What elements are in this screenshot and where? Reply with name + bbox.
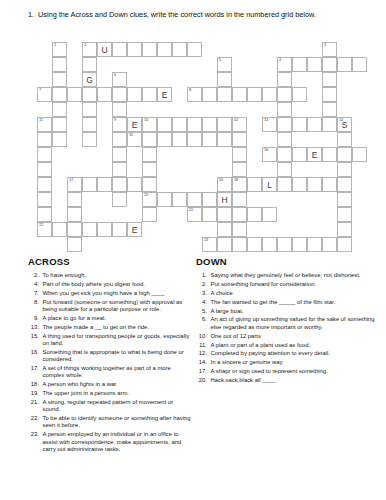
grid-cell-r5c16[interactable]	[277, 117, 292, 132]
grid-cell-r1c21[interactable]	[352, 57, 367, 72]
grid-cell-r9c12[interactable]: 20	[217, 177, 232, 192]
grid-cell-r0c5[interactable]	[112, 42, 127, 57]
down-clue-6: 6.An act of giving up something valued f…	[196, 316, 382, 331]
grid-cell-r8c7[interactable]	[142, 162, 157, 177]
grid-cell-r13c15[interactable]	[262, 237, 277, 252]
grid-cell-r3c3[interactable]	[82, 87, 97, 102]
given-letter: S	[338, 118, 351, 131]
cell-number: 16	[264, 148, 268, 153]
grid-cell-r9c3[interactable]	[82, 177, 97, 192]
given-letter: E	[128, 223, 141, 236]
grid-cell-r3c15[interactable]	[262, 87, 277, 102]
cell-number: 15	[129, 133, 133, 138]
grid-cell-r12c3[interactable]	[82, 222, 97, 237]
grid-cell-r4c3[interactable]	[82, 102, 97, 117]
grid-cell-r0c10[interactable]	[187, 42, 202, 57]
grid-cell-r9c4[interactable]	[97, 177, 112, 192]
worksheet-page: 1. Using the Across and Down clues, writ…	[0, 0, 386, 500]
crossword-grid: 12U354G67E8119E10121314S1516E172018L19H2…	[37, 42, 367, 252]
grid-cell-r12c12[interactable]	[217, 222, 232, 237]
down-items: 1.Saying what they genuinely feel or bel…	[196, 272, 382, 384]
cell-number: 3	[324, 43, 326, 48]
clue-text: One out of 12 parts	[211, 333, 383, 340]
clue-number: 4.	[196, 299, 207, 306]
clue-text: Something that is appropriate to what is…	[43, 349, 193, 364]
grid-cell-r8c16[interactable]	[277, 162, 292, 177]
clue-text: A thing used for transporting people or …	[43, 333, 193, 348]
grid-cell-r8c20[interactable]	[337, 162, 352, 177]
clue-text: Put something forward for consideration.	[211, 281, 383, 288]
grid-cell-r5c6[interactable]: E	[127, 117, 142, 132]
clue-number: 2.	[28, 272, 39, 279]
grid-cell-r10c2[interactable]	[67, 192, 82, 207]
grid-cell-r11c20[interactable]	[337, 207, 352, 222]
grid-cell-r1c17[interactable]	[292, 57, 307, 72]
down-clue-17: 17.A shapr or sign used to represent som…	[196, 368, 382, 375]
grid-cell-r1c12[interactable]: 5	[217, 57, 232, 72]
given-letter: E	[158, 88, 171, 101]
down-clue-20: 20.Hack,sack,black all ____	[196, 377, 382, 384]
clue-text: An act of giving up something valued for…	[211, 316, 383, 331]
grid-cell-r10c10[interactable]	[187, 192, 202, 207]
grid-cell-r9c6[interactable]	[127, 177, 142, 192]
grid-cell-r10c5[interactable]	[112, 192, 127, 207]
grid-cell-r6c10[interactable]	[187, 132, 202, 147]
across-clue-9: 9.A place to go for a meal.	[28, 315, 192, 322]
grid-cell-r6c16[interactable]	[277, 132, 292, 147]
grid-cell-r0c3[interactable]: 2	[82, 42, 97, 57]
grid-cell-r9c17[interactable]	[292, 177, 307, 192]
across-clue-21: 21.A strong, regular repeated pattern of…	[28, 399, 192, 414]
clue-text: A place to go for a meal.	[43, 315, 193, 322]
clue-number: 12.	[196, 350, 207, 357]
clue-number: 16.	[28, 349, 39, 364]
grid-cell-r11c11[interactable]	[202, 207, 217, 222]
down-clue-14: 14.In a sincere or genuine way.	[196, 359, 382, 366]
grid-cell-r9c2[interactable]: 17	[67, 177, 82, 192]
clue-text: When you get sick you might have a high …	[43, 290, 193, 297]
grid-cell-r12c13[interactable]	[232, 222, 247, 237]
clue-text: A person who fights in a war.	[43, 381, 193, 388]
grid-cell-r6c11[interactable]	[202, 132, 217, 147]
clue-text: A choice	[211, 290, 383, 297]
cell-number: 19	[144, 193, 148, 198]
clue-number: 10.	[196, 333, 207, 340]
grid-cell-r9c19[interactable]	[322, 177, 337, 192]
clue-text: Completed by paying attention to every d…	[211, 350, 383, 357]
clue-text: Hack,sack,black all ____	[211, 377, 383, 384]
clue-text: Part of the body where you digest food.	[43, 281, 193, 288]
given-letter: E	[128, 118, 141, 131]
grid-cell-r7c16[interactable]	[277, 147, 292, 162]
across-clue-list: ACROSS 2.To have enough.4.Part of the bo…	[28, 256, 192, 455]
grid-cell-r5c7[interactable]: 10	[142, 117, 157, 132]
grid-cell-r6c1[interactable]	[52, 132, 67, 147]
grid-cell-r3c4[interactable]	[97, 87, 112, 102]
grid-cell-r5c1[interactable]	[52, 117, 67, 132]
cell-number: 22	[39, 223, 43, 228]
across-clue-2: 2.To have enough.	[28, 272, 192, 279]
clue-number: 23.	[28, 431, 39, 453]
cell-number: 2	[84, 43, 86, 48]
grid-cell-r3c11[interactable]	[202, 87, 217, 102]
cell-number: 17	[69, 178, 73, 183]
grid-cell-r10c13[interactable]	[232, 192, 247, 207]
down-clue-10: 10.One out of 12 parts	[196, 333, 382, 340]
grid-cell-r3c2[interactable]	[67, 87, 82, 102]
across-clue-18: 18.A person who fights in a war.	[28, 381, 192, 388]
grid-cell-r11c14[interactable]	[247, 207, 262, 222]
cell-number: 6	[114, 73, 116, 78]
across-items: 2.To have enough.4.Part of the body wher…	[28, 272, 192, 453]
grid-cell-r10c12[interactable]: H	[217, 192, 232, 207]
down-clue-12: 12.Completed by paying attention to ever…	[196, 350, 382, 357]
grid-cell-r1c16[interactable]: 4	[277, 57, 292, 72]
clue-number: 8.	[28, 299, 39, 314]
grid-cell-r0c6[interactable]	[127, 42, 142, 57]
grid-cell-r13c2[interactable]	[67, 237, 82, 252]
cell-number: 12	[234, 118, 238, 123]
clue-text: To have enough.	[43, 272, 193, 279]
clue-text: A large boat.	[211, 308, 383, 315]
instruction-text: Using the Across and Down clues, write t…	[38, 10, 316, 19]
grid-cell-r0c1[interactable]: 1	[52, 42, 67, 57]
grid-cell-r3c5[interactable]	[112, 87, 127, 102]
grid-cell-r4c1[interactable]	[52, 102, 67, 117]
grid-cell-r3c14[interactable]	[247, 87, 262, 102]
grid-cell-r13c19[interactable]	[322, 237, 337, 252]
cell-number: 4	[279, 58, 281, 63]
clue-text: Saying what they genuinely feel or belie…	[211, 272, 383, 279]
grid-cell-r1c3[interactable]	[82, 57, 97, 72]
grid-cell-r2c16[interactable]	[277, 72, 292, 87]
grid-cell-r9c14[interactable]	[247, 177, 262, 192]
grid-cell-r13c18[interactable]	[307, 237, 322, 252]
given-letter: E	[308, 148, 321, 161]
grid-cell-r2c19[interactable]	[322, 72, 337, 87]
grid-cell-r12c6[interactable]: E	[127, 222, 142, 237]
across-clue-22: 22.To be able to identify someone or som…	[28, 415, 192, 430]
clue-number: 5.	[196, 308, 207, 315]
cell-number: 1	[54, 43, 56, 48]
grid-cell-r10c20[interactable]	[337, 192, 352, 207]
grid-cell-r11c13[interactable]	[232, 207, 247, 222]
grid-cell-r13c14[interactable]	[247, 237, 262, 252]
across-clue-23: 23.A person employed by an individual or…	[28, 431, 192, 453]
across-clue-8: 8.Put forward (someone or something) wit…	[28, 299, 192, 314]
given-letter: H	[218, 193, 231, 206]
grid-cell-r6c9[interactable]	[172, 132, 187, 147]
grid-cell-r9c0[interactable]	[37, 177, 52, 192]
grid-cell-r6c20[interactable]	[337, 132, 352, 147]
clue-text: The fan wanted to get the _____ of the f…	[211, 299, 383, 306]
clue-number: 15.	[28, 333, 39, 348]
grid-cell-r13c16[interactable]	[277, 237, 292, 252]
across-clue-16: 16.Something that is appropriate to what…	[28, 349, 192, 364]
clue-text: A shapr or sign used to represent someth…	[211, 368, 383, 375]
grid-cell-r3c13[interactable]	[232, 87, 247, 102]
grid-cell-r5c19[interactable]	[322, 117, 337, 132]
grid-cell-r6c0[interactable]	[37, 132, 52, 147]
clue-number: 9.	[28, 315, 39, 322]
across-clue-7: 7.When you get sick you might have a hig…	[28, 290, 192, 297]
cell-number: 13	[264, 118, 268, 123]
given-letter: L	[263, 178, 276, 191]
cell-number: 11	[39, 118, 43, 123]
clue-text: In a sincere or genuine way.	[211, 359, 383, 366]
grid-cell-r10c7[interactable]: 19	[142, 192, 157, 207]
grid-cell-r6c13[interactable]	[232, 132, 247, 147]
grid-cell-r7c15[interactable]: 16	[262, 147, 277, 162]
grid-cell-r7c17[interactable]	[292, 147, 307, 162]
grid-cell-r11c12[interactable]	[217, 207, 232, 222]
clue-number: 17.	[196, 368, 207, 375]
grid-cell-r9c16[interactable]	[277, 177, 292, 192]
grid-cell-r4c5[interactable]	[112, 102, 127, 117]
grid-cell-r3c17[interactable]	[292, 87, 307, 102]
grid-cell-r7c18[interactable]: E	[307, 147, 322, 162]
grid-cell-r12c20[interactable]	[337, 222, 352, 237]
grid-cell-r6c8[interactable]	[157, 132, 172, 147]
grid-cell-r7c7[interactable]	[142, 147, 157, 162]
clue-number: 13.	[28, 324, 39, 331]
grid-cell-r6c5[interactable]	[112, 132, 127, 147]
grid-cell-r10c8[interactable]	[157, 192, 172, 207]
grid-cell-r13c12[interactable]	[217, 237, 232, 252]
grid-cell-r12c0[interactable]: 22	[37, 222, 52, 237]
grid-cell-r0c9[interactable]	[172, 42, 187, 57]
instruction-item-number: 1.	[28, 10, 34, 19]
given-letter: U	[98, 43, 111, 56]
grid-cell-r6c12[interactable]	[217, 132, 232, 147]
grid-cell-r2c5[interactable]: 6	[112, 72, 127, 87]
grid-cell-r11c2[interactable]	[67, 207, 82, 222]
clue-number: 4.	[28, 281, 39, 288]
grid-cell-r7c5[interactable]	[112, 147, 127, 162]
down-clue-3: 3.A choice	[196, 290, 382, 297]
grid-cell-r7c13[interactable]	[232, 147, 247, 162]
down-clue-11: 11.A plant or part of a plant used as fo…	[196, 342, 382, 349]
grid-cell-r3c1[interactable]	[52, 87, 67, 102]
cell-number: 10	[144, 118, 148, 123]
grid-cell-r6c7[interactable]	[142, 132, 157, 147]
down-header: DOWN	[196, 256, 382, 267]
grid-cell-r0c4[interactable]: U	[97, 42, 112, 57]
grid-cell-r5c10[interactable]	[187, 117, 202, 132]
grid-cell-r5c12[interactable]	[217, 117, 232, 132]
grid-cell-r9c20[interactable]	[337, 177, 352, 192]
grid-cell-r0c19[interactable]: 3	[322, 42, 337, 57]
grid-cell-r3c7[interactable]	[142, 87, 157, 102]
grid-cell-r5c8[interactable]	[157, 117, 172, 132]
cell-number: 9	[114, 118, 116, 123]
cell-number: 21	[189, 208, 193, 213]
clue-text: The upper joint in a persons arm.	[43, 390, 193, 397]
grid-cell-r5c17[interactable]	[292, 117, 307, 132]
grid-cell-r3c19[interactable]	[322, 87, 337, 102]
grid-cell-r5c5[interactable]: 9	[112, 117, 127, 132]
clue-number: 18.	[28, 381, 39, 388]
across-clue-17: 17.A set of things working together as p…	[28, 365, 192, 380]
clue-number: 22.	[28, 415, 39, 430]
cell-number: 5	[219, 58, 221, 63]
grid-cell-r12c2[interactable]	[67, 222, 82, 237]
grid-cell-r13c13[interactable]	[232, 237, 247, 252]
clue-number: 21.	[28, 399, 39, 414]
down-clue-2: 2.Put something forward for consideratio…	[196, 281, 382, 288]
grid-cell-r4c19[interactable]	[322, 102, 337, 117]
across-header: ACROSS	[28, 256, 192, 267]
clue-text: A strong, regular repeated pattern of mo…	[43, 399, 193, 414]
across-clue-13: 13.The people made a __ to get on the ri…	[28, 324, 192, 331]
grid-cell-r2c3[interactable]: G	[82, 72, 97, 87]
grid-cell-r4c16[interactable]	[277, 102, 292, 117]
grid-cell-r7c0[interactable]	[37, 147, 52, 162]
grid-cell-r1c20[interactable]	[337, 57, 352, 72]
grid-cell-r10c11[interactable]	[202, 192, 217, 207]
cell-number: 8	[189, 88, 191, 93]
grid-cell-r2c12[interactable]	[217, 72, 232, 87]
grid-cell-r9c7[interactable]	[142, 177, 157, 192]
grid-cell-r3c10[interactable]: 8	[187, 87, 202, 102]
grid-cell-r2c1[interactable]	[52, 72, 67, 87]
clue-text: A set of things working together as part…	[43, 365, 193, 380]
clue-number: 11.	[196, 342, 207, 349]
clue-number: 20.	[196, 377, 207, 384]
cell-number: 20	[219, 178, 223, 183]
clue-number: 1.	[196, 272, 207, 279]
grid-cell-r13c11[interactable]: 23	[202, 237, 217, 252]
grid-cell-r11c7[interactable]	[142, 207, 157, 222]
grid-cell-r8c13[interactable]	[232, 162, 247, 177]
grid-cell-r7c21[interactable]	[352, 147, 367, 162]
clue-text: To be able to identify someone or someth…	[43, 415, 193, 430]
grid-cell-r11c10[interactable]: 21	[187, 207, 202, 222]
down-clue-list: DOWN 1.Saying what they genuinely feel o…	[196, 256, 382, 386]
grid-cell-r5c9[interactable]	[172, 117, 187, 132]
grid-cell-r6c3[interactable]	[82, 132, 97, 147]
grid-cell-r9c5[interactable]	[112, 177, 127, 192]
grid-cell-r12c1[interactable]	[52, 222, 67, 237]
clue-text: A plant or part of a plant used as food.	[211, 342, 383, 349]
grid-cell-r5c15[interactable]: 13	[262, 117, 277, 132]
across-clue-19: 19.The upper joint in a persons arm.	[28, 390, 192, 397]
grid-cell-r9c18[interactable]	[307, 177, 322, 192]
instruction-line: 1. Using the Across and Down clues, writ…	[28, 10, 373, 19]
grid-cell-r3c8[interactable]: E	[157, 87, 172, 102]
grid-cell-r5c18[interactable]	[307, 117, 322, 132]
grid-cell-r5c0[interactable]: 11	[37, 117, 52, 132]
grid-cell-r8c5[interactable]	[112, 162, 127, 177]
grid-cell-r5c20[interactable]: 14S	[337, 117, 352, 132]
clue-text: Put forward (someone or something) with …	[43, 299, 193, 314]
given-letter: G	[83, 73, 96, 86]
grid-cell-r3c16[interactable]	[277, 87, 292, 102]
grid-cell-r13c17[interactable]	[292, 237, 307, 252]
grid-cell-r11c15[interactable]	[262, 207, 277, 222]
grid-cell-r10c0[interactable]	[37, 192, 52, 207]
grid-cell-r7c19[interactable]	[322, 147, 337, 162]
grid-cell-r3c12[interactable]	[217, 87, 232, 102]
grid-cell-r0c8[interactable]	[157, 42, 172, 57]
clue-text: A person employed by an individual or in…	[43, 431, 193, 453]
grid-cell-r12c5[interactable]	[112, 222, 127, 237]
grid-cell-r11c0[interactable]	[37, 207, 52, 222]
grid-cell-r13c20[interactable]	[337, 237, 352, 252]
grid-cell-r8c0[interactable]	[37, 162, 52, 177]
grid-cell-r12c4[interactable]	[97, 222, 112, 237]
grid-cell-r3c0[interactable]: 7	[37, 87, 52, 102]
grid-cell-r5c3[interactable]	[82, 117, 97, 132]
clue-number: 14.	[196, 359, 207, 366]
clue-text: The people made a __ to get on the ride.	[43, 324, 193, 331]
grid-cell-r7c20[interactable]	[337, 147, 352, 162]
clue-number: 2.	[196, 281, 207, 288]
grid-cell-r1c1[interactable]	[52, 57, 67, 72]
grid-cell-r1c19[interactable]	[322, 57, 337, 72]
across-clue-15: 15.A thing used for transporting people …	[28, 333, 192, 348]
clue-number: 17.	[28, 365, 39, 380]
clue-number: 3.	[196, 290, 207, 297]
down-clue-1: 1.Saying what they genuinely feel or bel…	[196, 272, 382, 279]
across-clue-4: 4.Part of the body where you digest food…	[28, 281, 192, 288]
grid-cell-r5c13[interactable]: 12	[232, 117, 247, 132]
down-clue-4: 4.The fan wanted to get the _____ of the…	[196, 299, 382, 306]
grid-cell-r3c6[interactable]	[127, 87, 142, 102]
grid-cell-r6c6[interactable]: 15	[127, 132, 142, 147]
grid-cell-r5c11[interactable]	[202, 117, 217, 132]
clue-number: 6.	[196, 316, 207, 331]
grid-cell-r10c9[interactable]	[172, 192, 187, 207]
clue-number: 19.	[28, 390, 39, 397]
grid-cell-r9c15[interactable]: L	[262, 177, 277, 192]
grid-cell-r1c18[interactable]	[307, 57, 322, 72]
cell-number: 7	[39, 88, 41, 93]
clue-number: 7.	[28, 290, 39, 297]
down-clue-5: 5.A large boat.	[196, 308, 382, 315]
grid-cell-r0c7[interactable]	[142, 42, 157, 57]
cell-number: 23	[204, 238, 208, 243]
grid-cell-r9c13[interactable]: 18	[232, 177, 247, 192]
cell-number: 18	[234, 178, 238, 183]
